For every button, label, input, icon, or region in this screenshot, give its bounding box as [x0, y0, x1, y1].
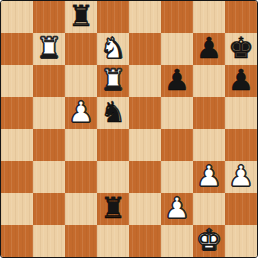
piece-black-knight[interactable]: ♞ [100, 97, 126, 128]
square-h8[interactable] [225, 1, 257, 33]
piece-white-pawn[interactable]: ♟ [228, 161, 254, 192]
square-a2[interactable] [1, 193, 33, 225]
square-h4[interactable] [225, 129, 257, 161]
square-d5[interactable]: ♞ [97, 97, 129, 129]
square-e2[interactable] [129, 193, 161, 225]
square-c7[interactable] [65, 33, 97, 65]
square-e3[interactable] [129, 161, 161, 193]
square-g7[interactable]: ♟ [193, 33, 225, 65]
square-c1[interactable] [65, 225, 97, 257]
square-a3[interactable] [1, 161, 33, 193]
chess-board-frame: ♜♜♞♟♚♜♟♟♟♞♟♟♜♟♚ [0, 0, 258, 258]
square-e7[interactable] [129, 33, 161, 65]
square-d7[interactable]: ♞ [97, 33, 129, 65]
square-b7[interactable]: ♜ [33, 33, 65, 65]
square-f3[interactable] [161, 161, 193, 193]
square-e5[interactable] [129, 97, 161, 129]
square-a8[interactable] [1, 1, 33, 33]
square-c3[interactable] [65, 161, 97, 193]
square-b1[interactable] [33, 225, 65, 257]
square-c5[interactable]: ♟ [65, 97, 97, 129]
square-e1[interactable] [129, 225, 161, 257]
piece-black-king[interactable]: ♚ [228, 33, 254, 64]
square-e6[interactable] [129, 65, 161, 97]
piece-black-rook[interactable]: ♜ [100, 193, 126, 224]
square-f5[interactable] [161, 97, 193, 129]
square-f4[interactable] [161, 129, 193, 161]
square-h1[interactable] [225, 225, 257, 257]
square-c2[interactable] [65, 193, 97, 225]
square-h6[interactable]: ♟ [225, 65, 257, 97]
square-d3[interactable] [97, 161, 129, 193]
square-e8[interactable] [129, 1, 161, 33]
square-b2[interactable] [33, 193, 65, 225]
square-g4[interactable] [193, 129, 225, 161]
square-c8[interactable]: ♜ [65, 1, 97, 33]
square-c6[interactable] [65, 65, 97, 97]
piece-white-pawn[interactable]: ♟ [68, 97, 94, 128]
square-f6[interactable]: ♟ [161, 65, 193, 97]
piece-white-knight[interactable]: ♞ [100, 33, 126, 64]
square-b3[interactable] [33, 161, 65, 193]
square-d8[interactable] [97, 1, 129, 33]
square-g2[interactable] [193, 193, 225, 225]
square-d4[interactable] [97, 129, 129, 161]
square-c4[interactable] [65, 129, 97, 161]
square-f2[interactable]: ♟ [161, 193, 193, 225]
square-d6[interactable]: ♜ [97, 65, 129, 97]
square-a1[interactable] [1, 225, 33, 257]
chess-board: ♜♜♞♟♚♜♟♟♟♞♟♟♜♟♚ [1, 1, 257, 257]
square-d1[interactable] [97, 225, 129, 257]
square-b5[interactable] [33, 97, 65, 129]
piece-white-pawn[interactable]: ♟ [196, 161, 222, 192]
square-b4[interactable] [33, 129, 65, 161]
piece-black-pawn[interactable]: ♟ [164, 65, 190, 96]
square-h2[interactable] [225, 193, 257, 225]
square-d2[interactable]: ♜ [97, 193, 129, 225]
square-a5[interactable] [1, 97, 33, 129]
square-g6[interactable] [193, 65, 225, 97]
piece-black-pawn[interactable]: ♟ [228, 65, 254, 96]
square-f1[interactable] [161, 225, 193, 257]
piece-white-rook[interactable]: ♜ [100, 65, 126, 96]
square-h5[interactable] [225, 97, 257, 129]
square-a6[interactable] [1, 65, 33, 97]
square-b8[interactable] [33, 1, 65, 33]
square-e4[interactable] [129, 129, 161, 161]
piece-black-rook[interactable]: ♜ [68, 1, 94, 32]
square-g5[interactable] [193, 97, 225, 129]
square-b6[interactable] [33, 65, 65, 97]
square-f7[interactable] [161, 33, 193, 65]
piece-white-rook[interactable]: ♜ [36, 33, 62, 64]
piece-white-pawn[interactable]: ♟ [164, 193, 190, 224]
square-g3[interactable]: ♟ [193, 161, 225, 193]
square-a4[interactable] [1, 129, 33, 161]
square-h3[interactable]: ♟ [225, 161, 257, 193]
square-a7[interactable] [1, 33, 33, 65]
square-g8[interactable] [193, 1, 225, 33]
square-f8[interactable] [161, 1, 193, 33]
piece-white-king[interactable]: ♚ [196, 225, 222, 256]
square-g1[interactable]: ♚ [193, 225, 225, 257]
piece-black-pawn[interactable]: ♟ [196, 33, 222, 64]
square-h7[interactable]: ♚ [225, 33, 257, 65]
